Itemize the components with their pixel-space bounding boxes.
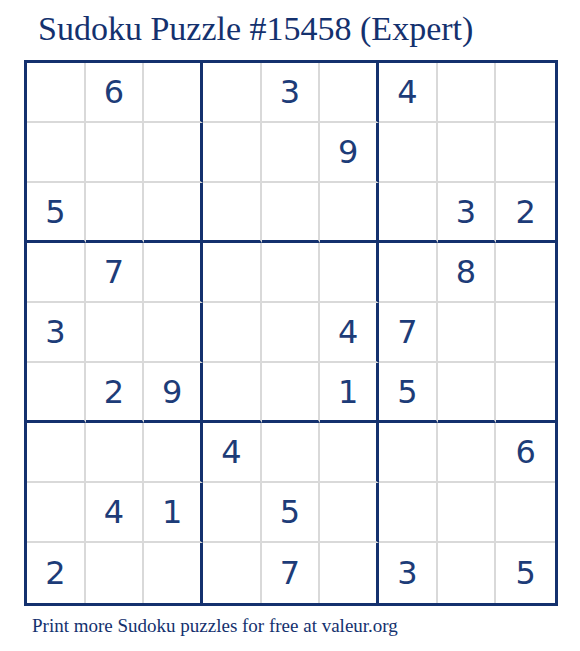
sudoku-cell-r2c6[interactable]: 9 (320, 123, 379, 183)
sudoku-cell-r7c9[interactable]: 6 (496, 423, 555, 483)
sudoku-cell-r8c2[interactable]: 4 (86, 483, 145, 543)
sudoku-cell-r8c8[interactable] (438, 483, 497, 543)
sudoku-cell-r5c7[interactable]: 7 (379, 303, 438, 363)
sudoku-cell-r6c6[interactable]: 1 (320, 363, 379, 423)
sudoku-cell-r9c8[interactable] (438, 543, 497, 603)
sudoku-cell-r9c4[interactable] (203, 543, 262, 603)
sudoku-grid: 6349532783472915464152735 (24, 60, 558, 606)
sudoku-cell-r1c8[interactable] (438, 63, 497, 123)
sudoku-cell-r4c1[interactable] (27, 243, 86, 303)
sudoku-cell-r7c8[interactable] (438, 423, 497, 483)
sudoku-cell-r1c6[interactable] (320, 63, 379, 123)
footer-text: Print more Sudoku puzzles for free at va… (32, 615, 398, 637)
sudoku-cell-r7c5[interactable] (262, 423, 321, 483)
sudoku-cell-r4c5[interactable] (262, 243, 321, 303)
sudoku-cell-r5c5[interactable] (262, 303, 321, 363)
sudoku-cell-r6c5[interactable] (262, 363, 321, 423)
sudoku-cell-r2c5[interactable] (262, 123, 321, 183)
sudoku-cell-r6c1[interactable] (27, 363, 86, 423)
sudoku-cell-r7c6[interactable] (320, 423, 379, 483)
sudoku-cell-r7c4[interactable]: 4 (203, 423, 262, 483)
sudoku-cell-r3c5[interactable] (262, 183, 321, 243)
sudoku-cell-r6c2[interactable]: 2 (86, 363, 145, 423)
sudoku-cell-r6c9[interactable] (496, 363, 555, 423)
sudoku-cell-r5c3[interactable] (144, 303, 203, 363)
sudoku-cell-r6c7[interactable]: 5 (379, 363, 438, 423)
sudoku-cell-r2c3[interactable] (144, 123, 203, 183)
sudoku-cell-r9c9[interactable]: 5 (496, 543, 555, 603)
sudoku-cell-r9c5[interactable]: 7 (262, 543, 321, 603)
sudoku-cell-r4c6[interactable] (320, 243, 379, 303)
sudoku-cell-r3c7[interactable] (379, 183, 438, 243)
sudoku-cell-r9c1[interactable]: 2 (27, 543, 86, 603)
sudoku-cell-r8c9[interactable] (496, 483, 555, 543)
sudoku-cell-r8c1[interactable] (27, 483, 86, 543)
sudoku-cell-r8c5[interactable]: 5 (262, 483, 321, 543)
sudoku-cell-r5c6[interactable]: 4 (320, 303, 379, 363)
sudoku-cell-r7c1[interactable] (27, 423, 86, 483)
sudoku-cell-r3c4[interactable] (203, 183, 262, 243)
sudoku-cell-r7c3[interactable] (144, 423, 203, 483)
sudoku-cell-r4c3[interactable] (144, 243, 203, 303)
sudoku-cell-r1c1[interactable] (27, 63, 86, 123)
sudoku-cell-r8c4[interactable] (203, 483, 262, 543)
sudoku-cell-r2c8[interactable] (438, 123, 497, 183)
sudoku-cell-r4c7[interactable] (379, 243, 438, 303)
sudoku-cell-r1c5[interactable]: 3 (262, 63, 321, 123)
sudoku-cell-r9c2[interactable] (86, 543, 145, 603)
sudoku-cell-r1c9[interactable] (496, 63, 555, 123)
sudoku-cell-r4c9[interactable] (496, 243, 555, 303)
sudoku-cell-r5c1[interactable]: 3 (27, 303, 86, 363)
sudoku-cell-r7c7[interactable] (379, 423, 438, 483)
sudoku-cell-r9c7[interactable]: 3 (379, 543, 438, 603)
sudoku-cell-r3c2[interactable] (86, 183, 145, 243)
sudoku-cell-r2c2[interactable] (86, 123, 145, 183)
sudoku-cell-r8c7[interactable] (379, 483, 438, 543)
sudoku-cell-r9c3[interactable] (144, 543, 203, 603)
sudoku-cell-r2c9[interactable] (496, 123, 555, 183)
sudoku-cell-r3c8[interactable]: 3 (438, 183, 497, 243)
sudoku-cell-r4c4[interactable] (203, 243, 262, 303)
sudoku-cell-r2c1[interactable] (27, 123, 86, 183)
sudoku-cell-r5c8[interactable] (438, 303, 497, 363)
sudoku-cell-r2c4[interactable] (203, 123, 262, 183)
sudoku-cell-r5c9[interactable] (496, 303, 555, 363)
sudoku-cell-r4c2[interactable]: 7 (86, 243, 145, 303)
sudoku-cell-r1c3[interactable] (144, 63, 203, 123)
sudoku-cell-r6c4[interactable] (203, 363, 262, 423)
sudoku-cell-r1c2[interactable]: 6 (86, 63, 145, 123)
page-title: Sudoku Puzzle #15458 (Expert) (38, 10, 473, 48)
sudoku-cell-r3c6[interactable] (320, 183, 379, 243)
sudoku-cell-r3c3[interactable] (144, 183, 203, 243)
sudoku-cell-r2c7[interactable] (379, 123, 438, 183)
sudoku-cell-r8c6[interactable] (320, 483, 379, 543)
sudoku-cell-r7c2[interactable] (86, 423, 145, 483)
sudoku-cell-r6c3[interactable]: 9 (144, 363, 203, 423)
sudoku-cell-r9c6[interactable] (320, 543, 379, 603)
sudoku-cell-r3c1[interactable]: 5 (27, 183, 86, 243)
sudoku-cell-r5c2[interactable] (86, 303, 145, 363)
sudoku-cell-r3c9[interactable]: 2 (496, 183, 555, 243)
sudoku-cell-r8c3[interactable]: 1 (144, 483, 203, 543)
sudoku-cell-r5c4[interactable] (203, 303, 262, 363)
sudoku-cell-r4c8[interactable]: 8 (438, 243, 497, 303)
sudoku-cell-r1c4[interactable] (203, 63, 262, 123)
sudoku-cell-r6c8[interactable] (438, 363, 497, 423)
sudoku-cell-r1c7[interactable]: 4 (379, 63, 438, 123)
